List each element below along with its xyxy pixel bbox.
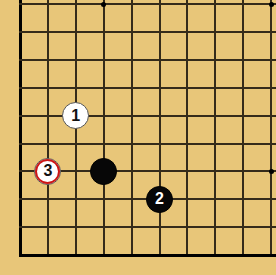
intersection[interactable]: [62, 213, 90, 241]
intersection[interactable]: [90, 74, 118, 102]
intersection[interactable]: [145, 157, 173, 185]
intersection[interactable]: 2: [145, 185, 173, 213]
intersection[interactable]: [145, 18, 173, 46]
intersection[interactable]: [257, 46, 276, 74]
intersection[interactable]: [34, 102, 62, 130]
intersection[interactable]: [201, 185, 229, 213]
intersection[interactable]: [34, 74, 62, 102]
intersection[interactable]: [62, 185, 90, 213]
intersection[interactable]: [6, 241, 34, 269]
intersection[interactable]: [229, 241, 257, 269]
intersection[interactable]: [257, 185, 276, 213]
intersection[interactable]: [34, 185, 62, 213]
intersection[interactable]: [173, 74, 201, 102]
intersection[interactable]: [34, 241, 62, 269]
intersection[interactable]: [201, 157, 229, 185]
intersection[interactable]: [257, 157, 276, 185]
stone-label: 1: [71, 108, 80, 124]
board-grid: 132: [6, 0, 276, 269]
intersection[interactable]: [118, 241, 146, 269]
intersection[interactable]: [118, 0, 146, 18]
intersection[interactable]: [34, 46, 62, 74]
intersection[interactable]: [6, 185, 34, 213]
intersection[interactable]: [257, 102, 276, 130]
stone-black-2[interactable]: 2: [146, 186, 173, 213]
intersection[interactable]: [229, 18, 257, 46]
intersection[interactable]: [62, 46, 90, 74]
intersection[interactable]: [257, 0, 276, 18]
intersection[interactable]: [90, 157, 118, 185]
intersection[interactable]: [145, 129, 173, 157]
intersection[interactable]: [90, 241, 118, 269]
intersection[interactable]: [173, 46, 201, 74]
intersection[interactable]: [257, 74, 276, 102]
intersection[interactable]: [90, 0, 118, 18]
intersection[interactable]: [6, 157, 34, 185]
intersection[interactable]: [201, 74, 229, 102]
intersection[interactable]: 3: [34, 157, 62, 185]
intersection[interactable]: [229, 0, 257, 18]
intersection[interactable]: [173, 102, 201, 130]
intersection[interactable]: [173, 213, 201, 241]
stone-white-3[interactable]: 3: [34, 158, 61, 185]
stone-label: 3: [43, 163, 52, 179]
intersection[interactable]: [118, 74, 146, 102]
intersection[interactable]: [62, 157, 90, 185]
intersection[interactable]: [118, 213, 146, 241]
intersection[interactable]: [145, 46, 173, 74]
intersection[interactable]: [173, 157, 201, 185]
intersection[interactable]: [257, 129, 276, 157]
intersection[interactable]: [62, 129, 90, 157]
intersection[interactable]: [229, 157, 257, 185]
intersection[interactable]: [145, 0, 173, 18]
intersection[interactable]: [6, 102, 34, 130]
intersection[interactable]: [173, 241, 201, 269]
intersection[interactable]: [145, 74, 173, 102]
intersection[interactable]: [62, 0, 90, 18]
intersection[interactable]: [90, 185, 118, 213]
intersection[interactable]: [201, 241, 229, 269]
intersection[interactable]: [6, 18, 34, 46]
intersection[interactable]: [6, 46, 34, 74]
intersection[interactable]: [257, 241, 276, 269]
intersection[interactable]: [229, 213, 257, 241]
intersection[interactable]: [6, 129, 34, 157]
intersection[interactable]: [257, 213, 276, 241]
intersection[interactable]: 1: [62, 102, 90, 130]
intersection[interactable]: [173, 18, 201, 46]
intersection[interactable]: [201, 46, 229, 74]
intersection[interactable]: [118, 18, 146, 46]
intersection[interactable]: [118, 102, 146, 130]
intersection[interactable]: [90, 18, 118, 46]
intersection[interactable]: [201, 18, 229, 46]
intersection[interactable]: [62, 241, 90, 269]
intersection[interactable]: [201, 213, 229, 241]
intersection[interactable]: [173, 129, 201, 157]
intersection[interactable]: [118, 129, 146, 157]
intersection[interactable]: [6, 0, 34, 18]
go-board[interactable]: 132: [0, 0, 276, 275]
intersection[interactable]: [173, 0, 201, 18]
intersection[interactable]: [62, 18, 90, 46]
intersection[interactable]: [34, 213, 62, 241]
intersection[interactable]: [145, 241, 173, 269]
stone-black[interactable]: [90, 158, 117, 185]
intersection[interactable]: [118, 46, 146, 74]
intersection[interactable]: [145, 102, 173, 130]
intersection[interactable]: [145, 213, 173, 241]
intersection[interactable]: [257, 18, 276, 46]
intersection[interactable]: [229, 185, 257, 213]
intersection[interactable]: [6, 213, 34, 241]
stone-white-1[interactable]: 1: [62, 102, 89, 129]
intersection[interactable]: [201, 129, 229, 157]
intersection[interactable]: [229, 102, 257, 130]
intersection[interactable]: [90, 213, 118, 241]
intersection[interactable]: [6, 74, 34, 102]
intersection[interactable]: [34, 0, 62, 18]
intersection[interactable]: [118, 185, 146, 213]
intersection[interactable]: [173, 185, 201, 213]
intersection[interactable]: [118, 157, 146, 185]
intersection[interactable]: [62, 74, 90, 102]
intersection[interactable]: [229, 74, 257, 102]
intersection[interactable]: [90, 46, 118, 74]
intersection[interactable]: [229, 129, 257, 157]
intersection[interactable]: [229, 46, 257, 74]
intersection[interactable]: [201, 0, 229, 18]
intersection[interactable]: [90, 129, 118, 157]
intersection[interactable]: [90, 102, 118, 130]
intersection[interactable]: [34, 18, 62, 46]
intersection[interactable]: [201, 102, 229, 130]
stone-label: 2: [155, 191, 164, 207]
intersection[interactable]: [34, 129, 62, 157]
